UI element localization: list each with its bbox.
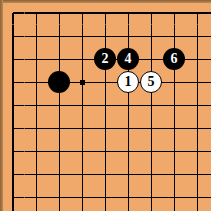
board-point [48, 25, 71, 48]
board-point [2, 163, 25, 186]
go-stone-white-1: 1 [117, 71, 139, 93]
board-point [163, 209, 186, 212]
board-point [48, 163, 71, 186]
board-point [140, 48, 163, 71]
board-point [25, 2, 48, 25]
board-point [71, 2, 94, 25]
board-point [117, 94, 140, 117]
board-point [209, 71, 212, 94]
board-point [71, 94, 94, 117]
board-point [48, 2, 71, 25]
board-point [2, 140, 25, 163]
board-point [48, 94, 71, 117]
board-point [140, 209, 163, 212]
board-point [71, 25, 94, 48]
board-point [25, 117, 48, 140]
board-point [140, 140, 163, 163]
board-point [186, 163, 209, 186]
board-point [94, 209, 117, 212]
board-point [209, 140, 212, 163]
board-point [209, 94, 212, 117]
board-point [209, 48, 212, 71]
board-point [71, 186, 94, 209]
board-point [186, 71, 209, 94]
board-point [186, 186, 209, 209]
board-point [48, 209, 71, 212]
board-point [163, 186, 186, 209]
board-point [140, 186, 163, 209]
board-point [48, 186, 71, 209]
board-point [117, 25, 140, 48]
board-point [25, 186, 48, 209]
board-point [71, 163, 94, 186]
board-point [2, 2, 25, 25]
board-point [2, 94, 25, 117]
board-point [209, 186, 212, 209]
board-frame-top [0, 0, 211, 3]
board-point [186, 48, 209, 71]
board-point [163, 117, 186, 140]
board-point [2, 25, 25, 48]
board-point [117, 209, 140, 212]
board-point [25, 163, 48, 186]
board-point [163, 71, 186, 94]
go-stone-white-5: 5 [140, 71, 162, 93]
go-stone-black-6: 6 [163, 48, 185, 70]
board-point [71, 117, 94, 140]
board-point [209, 163, 212, 186]
board-point [163, 2, 186, 25]
board-grid [2, 2, 212, 212]
board-point [2, 186, 25, 209]
board-point [140, 2, 163, 25]
board-point [2, 71, 25, 94]
board-point [2, 209, 25, 212]
board-point [209, 117, 212, 140]
board-point [117, 2, 140, 25]
board-point [94, 2, 117, 25]
go-board-diagram: 24615 [0, 0, 211, 211]
board-point [25, 209, 48, 212]
board-point [186, 117, 209, 140]
board-point [186, 140, 209, 163]
board-point [117, 186, 140, 209]
hoshi-marker [80, 80, 85, 85]
board-point [186, 2, 209, 25]
board-point [94, 25, 117, 48]
board-point [25, 71, 48, 94]
board-point [117, 117, 140, 140]
board-point [71, 140, 94, 163]
go-stone-black-4: 4 [117, 48, 139, 70]
board-point [140, 117, 163, 140]
board-point [48, 48, 71, 71]
board-point [186, 209, 209, 212]
board-point [186, 25, 209, 48]
board-point [2, 48, 25, 71]
board-point [94, 186, 117, 209]
board-point [140, 163, 163, 186]
board-point [94, 94, 117, 117]
board-point [94, 71, 117, 94]
board-point [209, 2, 212, 25]
board-point [140, 25, 163, 48]
board-point [163, 25, 186, 48]
board-point [48, 140, 71, 163]
go-stone-black-2: 2 [94, 48, 116, 70]
board-point [71, 209, 94, 212]
board-point [209, 209, 212, 212]
board-point [94, 140, 117, 163]
board-point [71, 48, 94, 71]
board-point [163, 140, 186, 163]
board-point [48, 117, 71, 140]
board-point [163, 94, 186, 117]
board-point [186, 94, 209, 117]
board-point [117, 163, 140, 186]
board-point [163, 163, 186, 186]
board-point [25, 48, 48, 71]
board-point [117, 140, 140, 163]
board-frame-left [0, 0, 3, 211]
board-point [25, 94, 48, 117]
board-point [2, 117, 25, 140]
board-point [94, 117, 117, 140]
board-point [140, 94, 163, 117]
board-point [25, 25, 48, 48]
board-point [209, 25, 212, 48]
board-point [94, 163, 117, 186]
go-stone-black [48, 71, 70, 93]
board-point [25, 140, 48, 163]
